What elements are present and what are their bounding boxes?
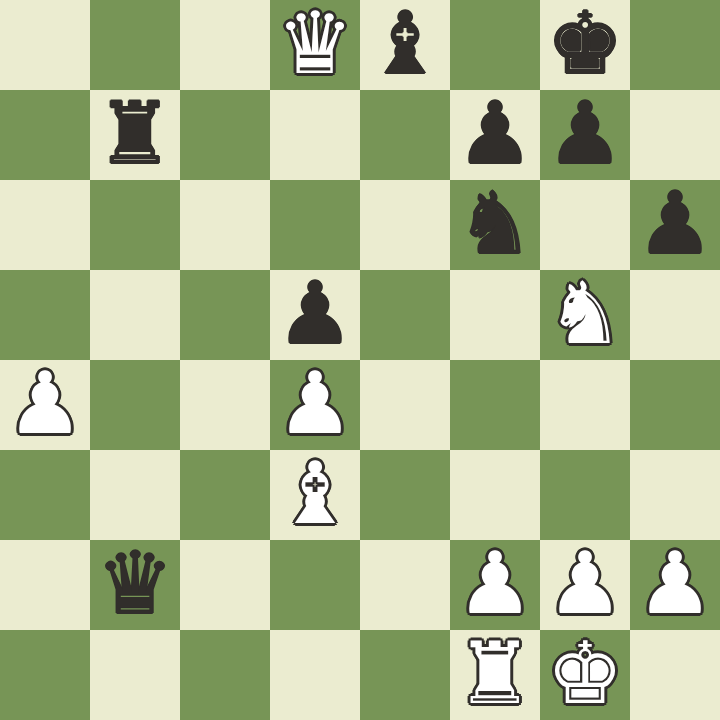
- square-c2[interactable]: [180, 540, 270, 630]
- square-c3[interactable]: [180, 450, 270, 540]
- square-e7[interactable]: [360, 90, 450, 180]
- white-knight-piece[interactable]: ♞: [546, 268, 623, 358]
- white-pawn-piece[interactable]: ♟: [636, 538, 713, 628]
- square-f8[interactable]: [450, 0, 540, 90]
- square-h7[interactable]: [630, 90, 720, 180]
- square-c4[interactable]: [180, 360, 270, 450]
- chess-board: ♛♝♚♜♟♟♞♟♟♞♟♟♝♛♟♟♟♜♚: [0, 0, 720, 720]
- square-f4[interactable]: [450, 360, 540, 450]
- square-c8[interactable]: [180, 0, 270, 90]
- square-h4[interactable]: [630, 360, 720, 450]
- square-d8[interactable]: ♛: [270, 0, 360, 90]
- square-h2[interactable]: ♟: [630, 540, 720, 630]
- square-a6[interactable]: [0, 180, 90, 270]
- square-h3[interactable]: [630, 450, 720, 540]
- square-g2[interactable]: ♟: [540, 540, 630, 630]
- square-h5[interactable]: [630, 270, 720, 360]
- square-a3[interactable]: [0, 450, 90, 540]
- black-rook-piece[interactable]: ♜: [96, 88, 173, 178]
- white-pawn-piece[interactable]: ♟: [6, 358, 83, 448]
- square-d1[interactable]: [270, 630, 360, 720]
- square-c5[interactable]: [180, 270, 270, 360]
- white-bishop-piece[interactable]: ♝: [276, 448, 353, 538]
- square-g8[interactable]: ♚: [540, 0, 630, 90]
- square-a8[interactable]: [0, 0, 90, 90]
- square-e1[interactable]: [360, 630, 450, 720]
- square-b6[interactable]: [90, 180, 180, 270]
- white-rook-piece[interactable]: ♜: [456, 628, 533, 718]
- square-d2[interactable]: [270, 540, 360, 630]
- square-h8[interactable]: [630, 0, 720, 90]
- square-g7[interactable]: ♟: [540, 90, 630, 180]
- square-b7[interactable]: ♜: [90, 90, 180, 180]
- square-d4[interactable]: ♟: [270, 360, 360, 450]
- square-g3[interactable]: [540, 450, 630, 540]
- black-pawn-piece[interactable]: ♟: [456, 88, 533, 178]
- square-b5[interactable]: [90, 270, 180, 360]
- square-b3[interactable]: [90, 450, 180, 540]
- white-pawn-piece[interactable]: ♟: [276, 358, 353, 448]
- square-b8[interactable]: [90, 0, 180, 90]
- black-pawn-piece[interactable]: ♟: [546, 88, 623, 178]
- square-d5[interactable]: ♟: [270, 270, 360, 360]
- black-queen-piece[interactable]: ♛: [96, 538, 173, 628]
- square-e2[interactable]: [360, 540, 450, 630]
- square-a4[interactable]: ♟: [0, 360, 90, 450]
- square-g4[interactable]: [540, 360, 630, 450]
- square-e4[interactable]: [360, 360, 450, 450]
- square-d3[interactable]: ♝: [270, 450, 360, 540]
- square-e6[interactable]: [360, 180, 450, 270]
- square-f5[interactable]: [450, 270, 540, 360]
- square-e5[interactable]: [360, 270, 450, 360]
- white-queen-piece[interactable]: ♛: [276, 0, 353, 88]
- black-pawn-piece[interactable]: ♟: [276, 268, 353, 358]
- black-knight-piece[interactable]: ♞: [456, 178, 533, 268]
- square-c1[interactable]: [180, 630, 270, 720]
- square-c6[interactable]: [180, 180, 270, 270]
- square-g5[interactable]: ♞: [540, 270, 630, 360]
- square-h6[interactable]: ♟: [630, 180, 720, 270]
- square-b1[interactable]: [90, 630, 180, 720]
- black-pawn-piece[interactable]: ♟: [636, 178, 713, 268]
- white-pawn-piece[interactable]: ♟: [546, 538, 623, 628]
- square-c7[interactable]: [180, 90, 270, 180]
- square-g6[interactable]: [540, 180, 630, 270]
- square-f7[interactable]: ♟: [450, 90, 540, 180]
- square-a2[interactable]: [0, 540, 90, 630]
- black-bishop-piece[interactable]: ♝: [366, 0, 443, 88]
- white-king-piece[interactable]: ♚: [546, 628, 623, 718]
- white-pawn-piece[interactable]: ♟: [456, 538, 533, 628]
- square-d7[interactable]: [270, 90, 360, 180]
- square-a7[interactable]: [0, 90, 90, 180]
- square-a5[interactable]: [0, 270, 90, 360]
- black-king-piece[interactable]: ♚: [546, 0, 623, 88]
- square-b4[interactable]: [90, 360, 180, 450]
- square-h1[interactable]: [630, 630, 720, 720]
- square-g1[interactable]: ♚: [540, 630, 630, 720]
- square-e3[interactable]: [360, 450, 450, 540]
- square-d6[interactable]: [270, 180, 360, 270]
- square-a1[interactable]: [0, 630, 90, 720]
- square-f3[interactable]: [450, 450, 540, 540]
- square-f1[interactable]: ♜: [450, 630, 540, 720]
- square-e8[interactable]: ♝: [360, 0, 450, 90]
- square-b2[interactable]: ♛: [90, 540, 180, 630]
- square-f2[interactable]: ♟: [450, 540, 540, 630]
- square-f6[interactable]: ♞: [450, 180, 540, 270]
